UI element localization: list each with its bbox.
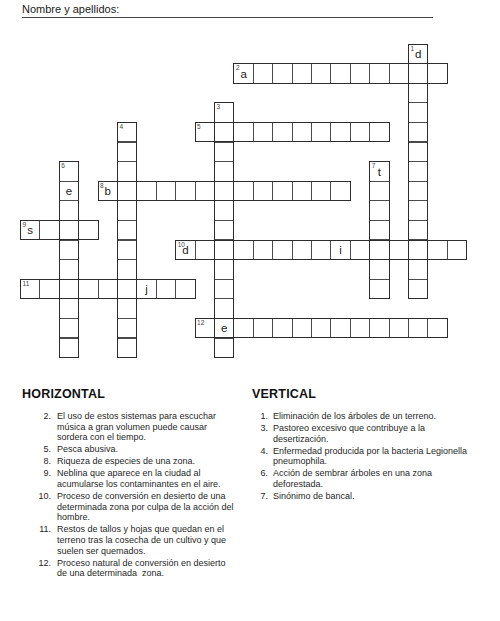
grid-cell[interactable] bbox=[233, 318, 253, 339]
grid-cell[interactable] bbox=[350, 318, 370, 339]
grid-cell[interactable] bbox=[156, 279, 176, 300]
hint-letter: j bbox=[137, 283, 155, 296]
grid-cell[interactable] bbox=[117, 181, 137, 202]
grid-cell[interactable] bbox=[389, 318, 409, 339]
grid-cell[interactable] bbox=[117, 220, 137, 241]
grid-cell[interactable] bbox=[117, 240, 137, 261]
grid-cell[interactable] bbox=[330, 63, 350, 84]
clue-item-text: Proceso de conversión en desierto de una… bbox=[57, 491, 236, 523]
clue-item: 9.Neblina que aparece en la ciudad al ac… bbox=[25, 468, 237, 489]
grid-cell[interactable] bbox=[175, 279, 195, 300]
clue-item-number: 2. bbox=[25, 411, 51, 443]
down-clues-list: 1.Eliminación de los árboles de un terre… bbox=[252, 411, 472, 503]
grid-cell[interactable]: e bbox=[59, 181, 79, 202]
grid-cell[interactable] bbox=[408, 220, 428, 241]
grid-cell[interactable] bbox=[117, 200, 137, 221]
hint-letter: e bbox=[60, 185, 78, 198]
grid-cell[interactable] bbox=[369, 279, 389, 300]
clue-item-text: Eliminación de los árboles de un terreno… bbox=[273, 411, 469, 422]
worksheet-page: Nombre y apellidos: 1d2a3e456e7t8b9s10di… bbox=[0, 0, 500, 621]
grid-cell[interactable] bbox=[156, 181, 176, 202]
grid-cell[interactable] bbox=[311, 240, 331, 261]
grid-cell[interactable] bbox=[389, 240, 409, 261]
grid-cell[interactable] bbox=[427, 240, 447, 261]
grid-cell[interactable]: 2a bbox=[233, 63, 253, 84]
grid-cell[interactable] bbox=[117, 279, 137, 300]
clue-item-number: 7. bbox=[252, 491, 268, 502]
grid-cell[interactable]: 5 bbox=[195, 122, 215, 143]
grid-cell[interactable] bbox=[350, 122, 370, 143]
hint-letter: a bbox=[234, 68, 252, 81]
clue-item: 8.Riqueza de especies de una zona. bbox=[25, 456, 237, 467]
clue-number: 11 bbox=[23, 280, 30, 287]
grid-cell[interactable] bbox=[233, 181, 253, 202]
grid-cell[interactable] bbox=[214, 338, 234, 359]
grid-cell[interactable]: 9s bbox=[20, 220, 40, 241]
clue-item-number: 5. bbox=[25, 444, 51, 455]
grid-cell[interactable] bbox=[369, 259, 389, 280]
grid-cell[interactable] bbox=[447, 240, 467, 261]
grid-cell[interactable] bbox=[98, 279, 118, 300]
grid-cell[interactable] bbox=[311, 122, 331, 143]
clue-number: 4 bbox=[120, 123, 124, 130]
grid-cell[interactable]: 12 bbox=[195, 318, 215, 339]
clue-item-number: 10. bbox=[25, 491, 51, 523]
clue-item-number: 6. bbox=[252, 468, 268, 489]
grid-cell[interactable] bbox=[253, 63, 273, 84]
grid-cell[interactable] bbox=[59, 200, 79, 221]
clue-item: 11.Restos de tallos y hojas que quedan e… bbox=[25, 524, 237, 556]
clue-item: 5.Pesca abusiva. bbox=[25, 444, 237, 455]
grid-cell[interactable] bbox=[214, 240, 234, 261]
grid-cell[interactable] bbox=[59, 318, 79, 339]
clue-item-text: Enfermedad producida por la bacteria Leg… bbox=[273, 446, 469, 467]
grid-cell[interactable] bbox=[292, 240, 312, 261]
clue-item-text: El uso de estos sistemas para escuchar m… bbox=[57, 411, 236, 443]
grid-cell[interactable] bbox=[369, 122, 389, 143]
grid-cell[interactable] bbox=[408, 279, 428, 300]
grid-cell[interactable] bbox=[369, 318, 389, 339]
grid-cell[interactable] bbox=[408, 142, 428, 163]
grid-cell[interactable]: 8b bbox=[98, 181, 118, 202]
grid-cell[interactable] bbox=[59, 259, 79, 280]
grid-cell[interactable] bbox=[292, 318, 312, 339]
grid-cell[interactable] bbox=[408, 161, 428, 182]
grid-cell[interactable] bbox=[117, 161, 137, 182]
grid-cell[interactable] bbox=[272, 63, 292, 84]
grid-cell[interactable] bbox=[369, 63, 389, 84]
grid-cell[interactable] bbox=[408, 259, 428, 280]
clue-item-text: Neblina que aparece en la ciudad al acum… bbox=[57, 468, 236, 489]
grid-cell[interactable] bbox=[369, 200, 389, 221]
clue-item: 1.Eliminación de los árboles de un terre… bbox=[252, 411, 472, 422]
clue-item-text: Restos de tallos y hojas que quedan en e… bbox=[57, 524, 236, 556]
grid-cell[interactable]: 1d bbox=[408, 44, 428, 65]
grid-cell[interactable] bbox=[233, 240, 253, 261]
grid-cell[interactable] bbox=[427, 318, 447, 339]
across-clues-list: 2.El uso de estos sistemas para escuchar… bbox=[25, 411, 237, 580]
grid-cell[interactable] bbox=[214, 200, 234, 221]
clue-item-number: 8. bbox=[25, 456, 51, 467]
grid-cell[interactable] bbox=[117, 298, 137, 319]
grid-cell[interactable] bbox=[214, 279, 234, 300]
grid-cell[interactable] bbox=[292, 63, 312, 84]
grid-cell[interactable] bbox=[117, 259, 137, 280]
grid-cell[interactable] bbox=[117, 318, 137, 339]
clue-item-text: Riqueza de especies de una zona. bbox=[57, 456, 236, 467]
grid-cell[interactable] bbox=[311, 181, 331, 202]
grid-cell[interactable] bbox=[214, 142, 234, 163]
grid-cell[interactable] bbox=[214, 220, 234, 241]
clue-item: 7.Sinónimo de bancal. bbox=[252, 491, 472, 502]
clue-item: 3.Pastoreo excesivo que contribuye a la … bbox=[252, 423, 472, 444]
clue-item-number: 12. bbox=[25, 558, 51, 579]
grid-cell[interactable] bbox=[214, 181, 234, 202]
clue-item: 12.Proceso natural de conversión en desi… bbox=[25, 558, 237, 579]
grid-cell[interactable] bbox=[350, 240, 370, 261]
grid-cell[interactable] bbox=[311, 318, 331, 339]
crossword-grid: 1d2a3e456e7t8b9s10di11j12 bbox=[0, 0, 500, 370]
grid-cell[interactable] bbox=[136, 181, 156, 202]
grid-cell[interactable] bbox=[427, 63, 447, 84]
hint-letter: d bbox=[409, 48, 427, 61]
grid-cell[interactable] bbox=[369, 220, 389, 241]
grid-cell[interactable]: 3 bbox=[214, 102, 234, 123]
grid-cell[interactable] bbox=[408, 181, 428, 202]
grid-cell[interactable] bbox=[117, 338, 137, 359]
grid-cell[interactable] bbox=[389, 63, 409, 84]
grid-cell[interactable] bbox=[330, 318, 350, 339]
clue-item-number: 1. bbox=[252, 411, 268, 422]
grid-cell[interactable] bbox=[408, 318, 428, 339]
grid-cell[interactable] bbox=[39, 220, 59, 241]
clue-item-text: Pastoreo excesivo que contribuye a la de… bbox=[273, 423, 469, 444]
grid-cell[interactable] bbox=[292, 122, 312, 143]
grid-cell[interactable] bbox=[195, 181, 215, 202]
grid-cell[interactable] bbox=[408, 240, 428, 261]
clue-item: 10.Proceso de conversión en desierto de … bbox=[25, 491, 237, 523]
grid-cell[interactable] bbox=[292, 181, 312, 202]
clue-item: 2.El uso de estos sistemas para escuchar… bbox=[25, 411, 237, 443]
grid-cell[interactable]: 10d bbox=[175, 240, 195, 261]
grid-cell[interactable]: i bbox=[330, 240, 350, 261]
grid-cell[interactable] bbox=[59, 220, 79, 241]
grid-cell[interactable] bbox=[253, 181, 273, 202]
grid-cell[interactable] bbox=[253, 318, 273, 339]
grid-cell[interactable] bbox=[350, 63, 370, 84]
grid-cell[interactable] bbox=[272, 181, 292, 202]
clue-item-number: 4. bbox=[252, 446, 268, 467]
grid-cell[interactable] bbox=[214, 259, 234, 280]
grid-cell[interactable] bbox=[214, 161, 234, 182]
grid-cell[interactable] bbox=[272, 240, 292, 261]
grid-cell[interactable]: e bbox=[214, 318, 234, 339]
grid-cell[interactable] bbox=[78, 279, 98, 300]
hint-letter: i bbox=[331, 244, 349, 257]
grid-cell[interactable] bbox=[253, 240, 273, 261]
clue-item-number: 9. bbox=[25, 468, 51, 489]
grid-cell[interactable] bbox=[408, 63, 428, 84]
clue-number: 3 bbox=[217, 103, 221, 110]
clue-item-text: Acción de sembrar árboles en una zona de… bbox=[273, 468, 469, 489]
down-section-title: VERTICAL bbox=[252, 387, 316, 401]
grid-cell[interactable]: 4 bbox=[117, 122, 137, 143]
grid-cell[interactable] bbox=[272, 318, 292, 339]
clue-item: 6.Acción de sembrar árboles en una zona … bbox=[252, 468, 472, 489]
grid-cell[interactable] bbox=[408, 102, 428, 123]
grid-cell[interactable]: 6 bbox=[59, 161, 79, 182]
grid-cell[interactable] bbox=[59, 279, 79, 300]
grid-cell[interactable] bbox=[311, 63, 331, 84]
clue-item: 4.Enfermedad producida por la bacteria L… bbox=[252, 446, 472, 467]
grid-cell[interactable] bbox=[369, 181, 389, 202]
hint-letter: t bbox=[370, 166, 388, 179]
grid-cell[interactable] bbox=[214, 122, 234, 143]
hint-letter: b bbox=[99, 185, 117, 198]
grid-cell[interactable] bbox=[330, 181, 350, 202]
clue-number: 5 bbox=[197, 123, 201, 130]
clue-item-text: Proceso natural de conversión en desiert… bbox=[57, 558, 236, 579]
grid-cell[interactable] bbox=[253, 122, 273, 143]
grid-cell[interactable] bbox=[59, 298, 79, 319]
clue-item-number: 11. bbox=[25, 524, 51, 556]
grid-cell[interactable]: 7t bbox=[369, 161, 389, 182]
grid-cell[interactable] bbox=[408, 200, 428, 221]
grid-cell[interactable] bbox=[214, 298, 234, 319]
clue-item-number: 3. bbox=[252, 423, 268, 444]
grid-cell[interactable] bbox=[117, 142, 137, 163]
grid-cell[interactable] bbox=[59, 338, 79, 359]
grid-cell[interactable]: 11 bbox=[20, 279, 40, 300]
hint-letter: s bbox=[21, 224, 39, 237]
clue-number: 6 bbox=[61, 162, 65, 169]
across-section-title: HORIZONTAL bbox=[22, 387, 105, 401]
clue-number: 12 bbox=[197, 319, 204, 326]
hint-letter: d bbox=[176, 244, 194, 257]
grid-cell[interactable] bbox=[175, 181, 195, 202]
grid-cell[interactable] bbox=[369, 240, 389, 261]
grid-cell[interactable] bbox=[39, 279, 59, 300]
grid-cell[interactable] bbox=[330, 122, 350, 143]
grid-cell[interactable] bbox=[272, 122, 292, 143]
grid-cell[interactable] bbox=[78, 220, 98, 241]
hint-letter: e bbox=[215, 322, 233, 335]
grid-cell[interactable] bbox=[233, 122, 253, 143]
clue-item-text: Pesca abusiva. bbox=[57, 444, 236, 455]
grid-cell[interactable] bbox=[408, 122, 428, 143]
grid-cell[interactable] bbox=[408, 83, 428, 104]
clue-item-text: Sinónimo de bancal. bbox=[273, 491, 469, 502]
grid-cell[interactable] bbox=[195, 240, 215, 261]
grid-cell[interactable]: j bbox=[136, 279, 156, 300]
grid-cell[interactable] bbox=[59, 240, 79, 261]
